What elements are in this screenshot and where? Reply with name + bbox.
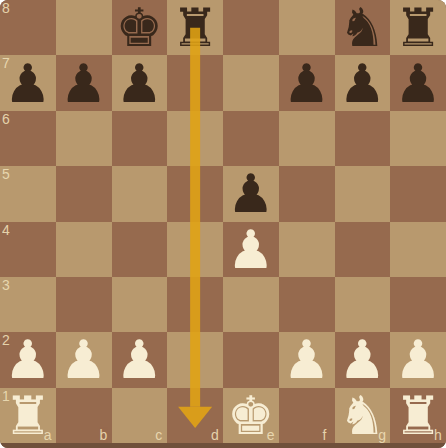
- chess-app: 87654321abcdefgh ♚♜♞♜♟♟♟♟♟♟♟♟♟♟♟♟♟♟♜♚♞♜: [0, 0, 446, 448]
- piece-white-pawn[interactable]: ♟: [112, 332, 168, 387]
- piece-black-pawn[interactable]: ♟: [223, 166, 279, 221]
- chess-board: 87654321abcdefgh ♚♜♞♜♟♟♟♟♟♟♟♟♟♟♟♟♟♟♜♚♞♜: [0, 0, 446, 448]
- piece-black-rook[interactable]: ♜: [167, 0, 223, 55]
- piece-black-pawn[interactable]: ♟: [335, 55, 391, 110]
- piece-black-pawn[interactable]: ♟: [0, 55, 56, 110]
- piece-black-pawn[interactable]: ♟: [279, 55, 335, 110]
- piece-white-knight[interactable]: ♞: [335, 388, 391, 443]
- piece-white-pawn[interactable]: ♟: [390, 332, 446, 387]
- piece-white-rook[interactable]: ♜: [0, 388, 56, 443]
- piece-white-pawn[interactable]: ♟: [56, 332, 112, 387]
- piece-black-rook[interactable]: ♜: [390, 0, 446, 55]
- piece-black-pawn[interactable]: ♟: [390, 55, 446, 110]
- piece-black-pawn[interactable]: ♟: [56, 55, 112, 110]
- piece-white-pawn[interactable]: ♟: [335, 332, 391, 387]
- piece-black-pawn[interactable]: ♟: [112, 55, 168, 110]
- piece-white-pawn[interactable]: ♟: [0, 332, 56, 387]
- piece-white-pawn[interactable]: ♟: [279, 332, 335, 387]
- piece-white-rook[interactable]: ♜: [390, 388, 446, 443]
- piece-black-knight[interactable]: ♞: [335, 0, 391, 55]
- piece-white-pawn[interactable]: ♟: [223, 222, 279, 277]
- piece-white-king[interactable]: ♚: [223, 388, 279, 443]
- piece-black-king[interactable]: ♚: [112, 0, 168, 55]
- board-pieces: ♚♜♞♜♟♟♟♟♟♟♟♟♟♟♟♟♟♟♜♚♞♜: [0, 0, 446, 443]
